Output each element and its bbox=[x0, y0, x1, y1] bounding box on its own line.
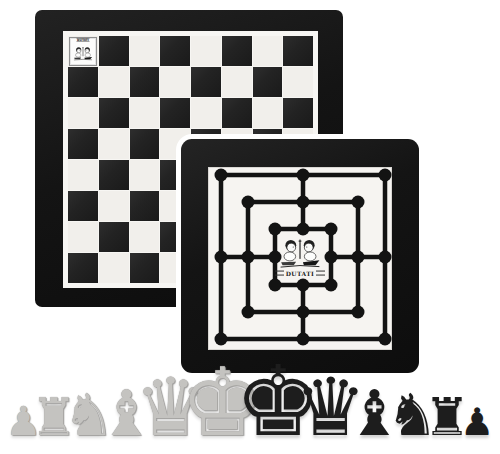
morris-point[interactable] bbox=[352, 306, 365, 319]
chess-square[interactable] bbox=[130, 98, 160, 128]
chess-square[interactable] bbox=[68, 160, 98, 190]
chess-square[interactable] bbox=[160, 67, 190, 97]
chess-square[interactable] bbox=[68, 98, 98, 128]
chess-square[interactable] bbox=[99, 98, 129, 128]
chess-square[interactable] bbox=[253, 36, 283, 66]
chess-square[interactable] bbox=[130, 129, 160, 159]
morris-point[interactable] bbox=[297, 333, 310, 346]
chess-square[interactable] bbox=[130, 160, 160, 190]
chess-square[interactable] bbox=[283, 36, 313, 66]
chess-square[interactable] bbox=[160, 36, 190, 66]
chess-square[interactable] bbox=[253, 67, 283, 97]
chess-square[interactable] bbox=[68, 191, 98, 221]
morris-point[interactable] bbox=[297, 306, 310, 319]
chess-square[interactable] bbox=[68, 222, 98, 252]
brand-logo: DUTATI bbox=[273, 233, 327, 281]
chess-square[interactable] bbox=[99, 253, 129, 283]
chess-square[interactable] bbox=[99, 222, 129, 252]
brand-sticker-text: DUTATI bbox=[76, 38, 89, 42]
morris-point[interactable] bbox=[215, 251, 228, 264]
chess-square[interactable] bbox=[191, 67, 221, 97]
morris-point[interactable] bbox=[297, 196, 310, 209]
chess-square[interactable] bbox=[130, 222, 160, 252]
chess-square[interactable] bbox=[222, 67, 252, 97]
product-photo: DUTATI DUTATI bbox=[0, 0, 500, 454]
chess-square[interactable] bbox=[191, 98, 221, 128]
morris-point[interactable] bbox=[352, 251, 365, 264]
morris-point[interactable] bbox=[215, 169, 228, 182]
brand-sticker: DUTATI bbox=[69, 37, 97, 66]
chess-square[interactable] bbox=[283, 67, 313, 97]
morris-point[interactable] bbox=[242, 306, 255, 319]
morris-board: DUTATI bbox=[181, 139, 419, 373]
morris-point[interactable] bbox=[379, 251, 392, 264]
chess-square[interactable] bbox=[68, 253, 98, 283]
flourish-right bbox=[316, 271, 325, 276]
brand-kids-icon bbox=[73, 46, 93, 61]
piece-black-knight[interactable]: ♞ bbox=[397, 386, 427, 444]
chess-square[interactable] bbox=[130, 36, 160, 66]
chess-square[interactable] bbox=[191, 36, 221, 66]
brand-logo-text: DUTATI bbox=[286, 270, 315, 277]
morris-point[interactable] bbox=[242, 251, 255, 264]
chess-square[interactable] bbox=[160, 98, 190, 128]
chess-square[interactable] bbox=[283, 98, 313, 128]
morris-point[interactable] bbox=[352, 196, 365, 209]
chess-square[interactable] bbox=[99, 36, 129, 66]
piece-black-pawn[interactable]: ♟ bbox=[467, 403, 487, 441]
chess-square[interactable] bbox=[99, 160, 129, 190]
morris-point[interactable] bbox=[215, 333, 228, 346]
chess-square[interactable] bbox=[68, 129, 98, 159]
chess-square[interactable] bbox=[99, 67, 129, 97]
piece-black-rook[interactable]: ♜ bbox=[434, 391, 461, 443]
chess-square[interactable] bbox=[253, 98, 283, 128]
morris-point[interactable] bbox=[379, 169, 392, 182]
chess-square[interactable] bbox=[130, 191, 160, 221]
chess-square[interactable] bbox=[99, 129, 129, 159]
brand-kids-icon bbox=[278, 238, 322, 269]
chess-pieces-row: ♟♜♞♝♛♚♚♛♝♞♜♟ bbox=[13, 353, 487, 450]
flourish-left bbox=[275, 271, 284, 276]
chess-square[interactable] bbox=[68, 67, 98, 97]
chess-square[interactable] bbox=[130, 67, 160, 97]
chess-square[interactable] bbox=[130, 253, 160, 283]
morris-field: DUTATI bbox=[208, 167, 392, 350]
chess-square[interactable] bbox=[222, 36, 252, 66]
chess-square[interactable] bbox=[222, 98, 252, 128]
morris-point[interactable] bbox=[242, 196, 255, 209]
morris-point[interactable] bbox=[297, 169, 310, 182]
morris-point[interactable] bbox=[379, 333, 392, 346]
chess-square[interactable] bbox=[99, 191, 129, 221]
